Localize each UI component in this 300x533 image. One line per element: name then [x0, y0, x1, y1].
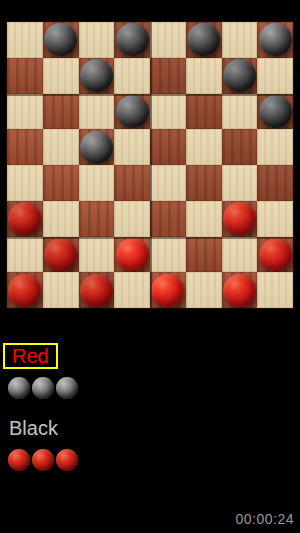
black-player-label: Black [9, 417, 58, 440]
square-r3c2[interactable] [79, 129, 115, 165]
square-r7c6[interactable] [222, 272, 258, 308]
black-piece[interactable] [223, 59, 256, 92]
red-piece[interactable] [8, 274, 41, 307]
square-r3c7[interactable] [257, 129, 293, 165]
red-piece[interactable] [259, 238, 292, 271]
square-r4c4[interactable] [150, 165, 186, 201]
square-r4c0[interactable] [7, 165, 43, 201]
square-r5c5[interactable] [186, 201, 222, 237]
red-piece[interactable] [8, 202, 41, 235]
black-piece[interactable] [80, 131, 113, 164]
red-piece[interactable] [223, 274, 256, 307]
captured-black-piece [32, 377, 54, 399]
square-r7c4[interactable] [150, 272, 186, 308]
square-r1c5[interactable] [186, 58, 222, 94]
red-piece[interactable] [223, 202, 256, 235]
captured-red-piece [8, 449, 30, 471]
square-r6c4[interactable] [150, 237, 186, 273]
square-r0c3[interactable] [114, 22, 150, 58]
black-piece[interactable] [116, 23, 149, 56]
red-captured-tray [8, 377, 78, 399]
square-r1c7[interactable] [257, 58, 293, 94]
square-r6c0[interactable] [7, 237, 43, 273]
square-r2c2[interactable] [79, 94, 115, 130]
square-r0c5[interactable] [186, 22, 222, 58]
square-r4c6[interactable] [222, 165, 258, 201]
black-piece[interactable] [116, 95, 149, 128]
square-r4c2[interactable] [79, 165, 115, 201]
red-piece[interactable] [80, 274, 113, 307]
square-r2c0[interactable] [7, 94, 43, 130]
square-r7c7[interactable] [257, 272, 293, 308]
captured-red-piece [56, 449, 78, 471]
square-r3c1[interactable] [43, 129, 79, 165]
square-r5c2[interactable] [79, 201, 115, 237]
square-r7c5[interactable] [186, 272, 222, 308]
square-r4c7[interactable] [257, 165, 293, 201]
square-r0c0[interactable] [7, 22, 43, 58]
captured-red-piece [32, 449, 54, 471]
square-r2c1[interactable] [43, 94, 79, 130]
captured-black-piece [56, 377, 78, 399]
square-r5c1[interactable] [43, 201, 79, 237]
black-piece[interactable] [44, 23, 77, 56]
square-r6c7[interactable] [257, 237, 293, 273]
red-piece[interactable] [44, 238, 77, 271]
black-piece[interactable] [259, 95, 292, 128]
square-r1c1[interactable] [43, 58, 79, 94]
black-piece[interactable] [259, 23, 292, 56]
square-r3c5[interactable] [186, 129, 222, 165]
red-piece[interactable] [116, 238, 149, 271]
square-r2c7[interactable] [257, 94, 293, 130]
square-r6c6[interactable] [222, 237, 258, 273]
square-r2c6[interactable] [222, 94, 258, 130]
square-r6c5[interactable] [186, 237, 222, 273]
square-r3c3[interactable] [114, 129, 150, 165]
square-r0c4[interactable] [150, 22, 186, 58]
square-r3c6[interactable] [222, 129, 258, 165]
square-r3c0[interactable] [7, 129, 43, 165]
black-piece[interactable] [80, 59, 113, 92]
square-r7c2[interactable] [79, 272, 115, 308]
square-r5c0[interactable] [7, 201, 43, 237]
black-piece[interactable] [187, 23, 220, 56]
square-r0c6[interactable] [222, 22, 258, 58]
square-r0c1[interactable] [43, 22, 79, 58]
square-r2c4[interactable] [150, 94, 186, 130]
square-r1c3[interactable] [114, 58, 150, 94]
square-r4c1[interactable] [43, 165, 79, 201]
square-r5c7[interactable] [257, 201, 293, 237]
black-captured-tray [8, 449, 78, 471]
square-r4c3[interactable] [114, 165, 150, 201]
square-r0c7[interactable] [257, 22, 293, 58]
checkers-board [6, 21, 294, 309]
red-player-label: Red [12, 345, 49, 367]
square-r1c0[interactable] [7, 58, 43, 94]
square-r1c4[interactable] [150, 58, 186, 94]
square-r7c3[interactable] [114, 272, 150, 308]
red-piece[interactable] [151, 274, 184, 307]
app-screen: Red Black 00:00:24 [0, 0, 300, 533]
square-r1c2[interactable] [79, 58, 115, 94]
square-r5c4[interactable] [150, 201, 186, 237]
square-r6c1[interactable] [43, 237, 79, 273]
square-r1c6[interactable] [222, 58, 258, 94]
captured-black-piece [8, 377, 30, 399]
square-r3c4[interactable] [150, 129, 186, 165]
square-r2c5[interactable] [186, 94, 222, 130]
square-r4c5[interactable] [186, 165, 222, 201]
square-r7c0[interactable] [7, 272, 43, 308]
square-r0c2[interactable] [79, 22, 115, 58]
square-r6c2[interactable] [79, 237, 115, 273]
square-r5c6[interactable] [222, 201, 258, 237]
square-r5c3[interactable] [114, 201, 150, 237]
square-r6c3[interactable] [114, 237, 150, 273]
square-r7c1[interactable] [43, 272, 79, 308]
square-r2c3[interactable] [114, 94, 150, 130]
active-player-indicator: Red [3, 343, 58, 369]
game-timer: 00:00:24 [236, 511, 295, 527]
